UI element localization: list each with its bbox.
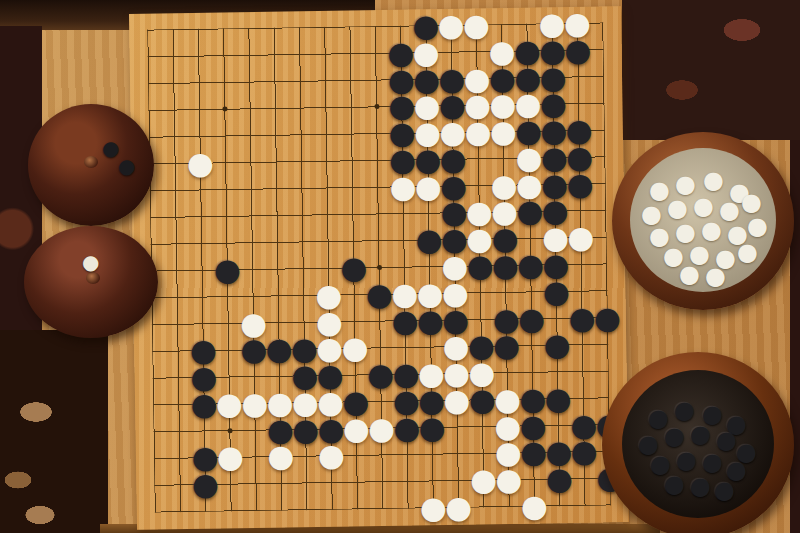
stone-black: ● [518, 305, 544, 331]
bowl-stone-black: ● [674, 400, 694, 420]
lid-stone-black: ● [102, 140, 119, 157]
bowl-stone-black: ● [676, 450, 696, 470]
stone-black: ● [516, 198, 542, 224]
white-stone-bowl-lidded-lower: ● [24, 226, 158, 338]
stone-white: ● [187, 149, 213, 175]
lid-stone-white: ● [82, 254, 99, 271]
stone-black: ● [192, 471, 218, 497]
stone-white: ● [437, 12, 463, 38]
black-stones-heap: ●●●●●●●●●●●●●●●● [622, 370, 774, 518]
stone-black: ● [570, 438, 596, 464]
bowl-stone-white: ● [667, 198, 687, 218]
stone-black: ● [543, 278, 569, 304]
carpet-top-right [622, 0, 800, 140]
stone-black: ● [367, 361, 393, 387]
stone-black: ● [520, 439, 546, 465]
stone-black: ● [415, 226, 441, 252]
bowl-stone-white: ● [675, 222, 695, 242]
bowl-stone-white: ● [641, 204, 661, 224]
stone-black: ● [492, 252, 518, 278]
stone-white: ● [217, 444, 243, 470]
bowl-stone-black: ● [664, 474, 684, 494]
stone-white: ● [464, 118, 490, 144]
carpet-right [790, 140, 800, 533]
bowl-lid-knob [84, 156, 98, 168]
bowl-stone-black: ● [716, 430, 736, 450]
stone-black: ● [517, 251, 543, 277]
bowl-stone-black: ● [664, 426, 684, 446]
bowl-stone-white: ● [719, 200, 739, 220]
stone-white: ● [241, 390, 267, 416]
stone-black: ● [546, 465, 572, 491]
stone-black: ● [594, 304, 620, 330]
board-grid: ●●●●●●●●●●●●●●●●●●●●●●●●●●●●●●●●●●●●●●●●… [147, 22, 611, 512]
stone-black: ● [466, 252, 492, 278]
stone-white: ● [415, 173, 441, 199]
stone-black: ● [190, 390, 216, 416]
bowl-stone-white: ● [649, 180, 669, 200]
bowl-stone-white: ● [747, 216, 767, 236]
bowl-stone-black: ● [714, 480, 734, 500]
stone-white: ● [567, 224, 593, 250]
stone-black: ● [366, 281, 392, 307]
bowl-stone-white: ● [705, 266, 725, 286]
stone-white: ● [463, 11, 489, 37]
stone-black: ● [391, 307, 417, 333]
stone-white: ● [341, 335, 367, 361]
stone-white: ● [521, 492, 547, 518]
bowl-stone-white: ● [693, 196, 713, 216]
stone-black: ● [543, 331, 569, 357]
stone-white: ● [389, 173, 415, 199]
stone-black: ● [493, 332, 519, 358]
bowl-stone-black: ● [702, 452, 722, 472]
stone-white: ● [490, 118, 516, 144]
stone-black: ● [417, 307, 443, 333]
bowl-stone-white: ● [703, 170, 723, 190]
stone-white: ● [495, 466, 521, 492]
stone-black: ● [214, 256, 240, 282]
stone-white: ● [267, 443, 293, 469]
stone-white: ● [343, 415, 369, 441]
stone-white: ● [443, 387, 469, 413]
white-stones-bowl: ●●●●●●●●●●●●●●●●●●●● [612, 132, 794, 310]
stone-white: ● [216, 390, 242, 416]
stone-white: ● [445, 494, 471, 520]
stone-white: ● [318, 442, 344, 468]
bowl-stone-white: ● [701, 220, 721, 240]
star-point [227, 428, 232, 433]
stone-white: ● [368, 414, 394, 440]
stone-black: ● [340, 254, 366, 280]
stone-white: ● [420, 494, 446, 520]
bowl-stone-white: ● [737, 242, 757, 262]
carpet-bottom-left [0, 330, 108, 533]
lid-stone-black: ● [118, 158, 135, 175]
stone-black: ● [564, 36, 590, 62]
stone-white: ● [470, 466, 496, 492]
stone-black: ● [568, 304, 594, 330]
stone-black: ● [566, 170, 592, 196]
bowl-stone-white: ● [741, 192, 761, 212]
white-stones-heap: ●●●●●●●●●●●●●●●●●●●● [630, 148, 776, 292]
stone-black: ● [468, 386, 494, 412]
black-stone-bowl-lidded-upper: ●● [28, 104, 154, 226]
black-stones-bowl: ●●●●●●●●●●●●●●●● [602, 352, 794, 533]
bowl-stone-black: ● [690, 424, 710, 444]
stone-black: ● [240, 336, 266, 362]
stone-black: ● [393, 414, 419, 440]
bowl-stone-white: ● [675, 174, 695, 194]
stone-black: ● [292, 416, 318, 442]
star-point [376, 265, 381, 270]
star-point [374, 104, 379, 109]
stone-black: ● [544, 385, 570, 411]
stone-black: ● [265, 336, 291, 362]
stone-black: ● [418, 414, 444, 440]
bowl-stone-black: ● [690, 476, 710, 496]
bowl-stone-white: ● [679, 264, 699, 284]
go-board: ●●●●●●●●●●●●●●●●●●●●●●●●●●●●●●●●●●●●●●●●… [129, 6, 629, 530]
